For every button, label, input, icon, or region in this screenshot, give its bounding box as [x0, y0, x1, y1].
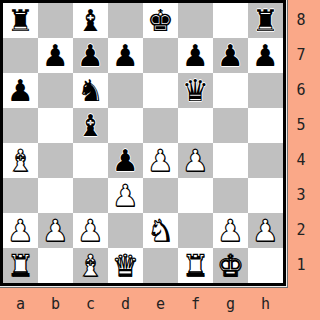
square-e8[interactable]: ♚ [143, 3, 178, 38]
black-pawn-piece: ♟ [248, 38, 283, 73]
square-b8[interactable] [38, 3, 73, 38]
square-b4[interactable] [38, 143, 73, 178]
square-f5[interactable] [178, 108, 213, 143]
square-a3[interactable] [3, 178, 38, 213]
square-f1[interactable]: ♜ [178, 248, 213, 283]
square-h5[interactable] [248, 108, 283, 143]
square-g7[interactable]: ♟ [213, 38, 248, 73]
square-b2[interactable]: ♟ [38, 213, 73, 248]
white-bishop-piece: ♝ [73, 248, 108, 283]
square-b7[interactable]: ♟ [38, 38, 73, 73]
square-g5[interactable] [213, 108, 248, 143]
file-label-g: g [213, 290, 248, 318]
black-rook-piece: ♜ [248, 3, 283, 38]
black-pawn-piece: ♟ [108, 38, 143, 73]
square-e4[interactable]: ♟ [143, 143, 178, 178]
square-e6[interactable] [143, 73, 178, 108]
black-pawn-piece: ♟ [3, 73, 38, 108]
white-pawn-piece: ♟ [178, 143, 213, 178]
file-label-d: d [108, 290, 143, 318]
square-e5[interactable] [143, 108, 178, 143]
black-pawn-piece: ♟ [178, 38, 213, 73]
white-pawn-piece: ♟ [213, 213, 248, 248]
square-f3[interactable] [178, 178, 213, 213]
square-a7[interactable] [3, 38, 38, 73]
rank-label-5: 5 [288, 108, 314, 143]
square-e3[interactable] [143, 178, 178, 213]
square-a5[interactable] [3, 108, 38, 143]
square-d5[interactable] [108, 108, 143, 143]
black-queen-piece: ♛ [178, 73, 213, 108]
square-e2[interactable]: ♞ [143, 213, 178, 248]
square-e1[interactable] [143, 248, 178, 283]
square-d2[interactable] [108, 213, 143, 248]
file-label-h: h [248, 290, 283, 318]
square-d6[interactable] [108, 73, 143, 108]
rank-label-6: 6 [288, 73, 314, 108]
square-g6[interactable] [213, 73, 248, 108]
square-b1[interactable] [38, 248, 73, 283]
white-pawn-piece: ♟ [248, 213, 283, 248]
square-h2[interactable]: ♟ [248, 213, 283, 248]
square-a2[interactable]: ♟ [3, 213, 38, 248]
file-label-f: f [178, 290, 213, 318]
square-d8[interactable] [108, 3, 143, 38]
square-h3[interactable] [248, 178, 283, 213]
square-f7[interactable]: ♟ [178, 38, 213, 73]
rank-label-8: 8 [288, 3, 314, 38]
square-c6[interactable]: ♞ [73, 73, 108, 108]
square-c3[interactable] [73, 178, 108, 213]
black-knight-piece: ♞ [73, 73, 108, 108]
square-a4[interactable]: ♝ [3, 143, 38, 178]
rank-label-3: 3 [288, 178, 314, 213]
square-g3[interactable] [213, 178, 248, 213]
rank-label-7: 7 [288, 38, 314, 73]
board-frame: ♜♝♚♜♟♟♟♟♟♟♟♞♛♝♝♟♟♟♟♟♟♟♞♟♟♜♝♛♜♚ [0, 0, 286, 286]
white-pawn-piece: ♟ [108, 178, 143, 213]
square-c7[interactable]: ♟ [73, 38, 108, 73]
square-d4[interactable]: ♟ [108, 143, 143, 178]
square-f8[interactable] [178, 3, 213, 38]
black-rook-piece: ♜ [3, 3, 38, 38]
white-queen-piece: ♛ [108, 248, 143, 283]
square-b3[interactable] [38, 178, 73, 213]
square-c8[interactable]: ♝ [73, 3, 108, 38]
white-pawn-piece: ♟ [73, 213, 108, 248]
square-b5[interactable] [38, 108, 73, 143]
square-c5[interactable]: ♝ [73, 108, 108, 143]
square-h7[interactable]: ♟ [248, 38, 283, 73]
rank-labels: 87654321 [288, 3, 314, 283]
square-g4[interactable] [213, 143, 248, 178]
white-rook-piece: ♜ [3, 248, 38, 283]
file-label-e: e [143, 290, 178, 318]
square-g2[interactable]: ♟ [213, 213, 248, 248]
rank-label-4: 4 [288, 143, 314, 178]
square-d7[interactable]: ♟ [108, 38, 143, 73]
file-label-b: b [38, 290, 73, 318]
square-h6[interactable] [248, 73, 283, 108]
square-e7[interactable] [143, 38, 178, 73]
file-labels: abcdefgh [3, 290, 283, 318]
white-pawn-piece: ♟ [38, 213, 73, 248]
black-king-piece: ♚ [143, 3, 178, 38]
square-g1[interactable]: ♚ [213, 248, 248, 283]
square-c4[interactable] [73, 143, 108, 178]
square-g8[interactable] [213, 3, 248, 38]
black-bishop-piece: ♝ [73, 3, 108, 38]
square-f6[interactable]: ♛ [178, 73, 213, 108]
black-pawn-piece: ♟ [38, 38, 73, 73]
black-pawn-piece: ♟ [73, 38, 108, 73]
rank-label-2: 2 [288, 213, 314, 248]
square-b6[interactable] [38, 73, 73, 108]
file-label-c: c [73, 290, 108, 318]
square-f2[interactable] [178, 213, 213, 248]
white-pawn-piece: ♟ [143, 143, 178, 178]
square-d1[interactable]: ♛ [108, 248, 143, 283]
file-label-a: a [3, 290, 38, 318]
chess-diagram-page: ♜♝♚♜♟♟♟♟♟♟♟♞♛♝♝♟♟♟♟♟♟♟♞♟♟♜♝♛♜♚ abcdefgh … [0, 0, 320, 320]
white-knight-piece: ♞ [143, 213, 178, 248]
white-bishop-piece: ♝ [3, 143, 38, 178]
square-h8[interactable]: ♜ [248, 3, 283, 38]
rank-label-1: 1 [288, 248, 314, 283]
square-h4[interactable] [248, 143, 283, 178]
square-f4[interactable]: ♟ [178, 143, 213, 178]
white-pawn-piece: ♟ [3, 213, 38, 248]
black-bishop-piece: ♝ [73, 108, 108, 143]
white-rook-piece: ♜ [178, 248, 213, 283]
square-h1[interactable] [248, 248, 283, 283]
square-c2[interactable]: ♟ [73, 213, 108, 248]
white-king-piece: ♚ [213, 248, 248, 283]
square-d3[interactable]: ♟ [108, 178, 143, 213]
black-pawn-piece: ♟ [213, 38, 248, 73]
square-a6[interactable]: ♟ [3, 73, 38, 108]
black-pawn-piece: ♟ [108, 143, 143, 178]
square-a1[interactable]: ♜ [3, 248, 38, 283]
square-a8[interactable]: ♜ [3, 3, 38, 38]
square-c1[interactable]: ♝ [73, 248, 108, 283]
chess-board: ♜♝♚♜♟♟♟♟♟♟♟♞♛♝♝♟♟♟♟♟♟♟♞♟♟♜♝♛♜♚ [3, 3, 283, 283]
